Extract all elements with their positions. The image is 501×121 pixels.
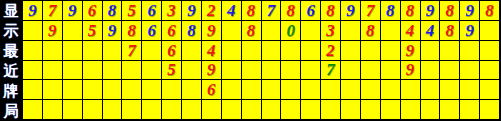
cell-r2c4: 5 <box>83 21 102 40</box>
cell-r3c11 <box>222 41 241 60</box>
cell-r1c9: 9 <box>182 1 201 20</box>
cell-r6c12 <box>242 100 261 119</box>
cell-r6c21 <box>421 100 440 119</box>
cell-r2c10: 9 <box>202 21 221 40</box>
cell-r3c24 <box>480 41 499 60</box>
cell-r4c17 <box>341 61 360 80</box>
label-column: 显 示 最 近 牌 局 <box>0 0 22 121</box>
cell-r1c1: 9 <box>23 1 42 20</box>
digit: 5 <box>167 61 176 78</box>
cell-r1c12: 8 <box>242 1 261 20</box>
cell-r4c13 <box>262 61 281 80</box>
digit: 9 <box>465 2 474 19</box>
label-char: 局 <box>0 101 22 121</box>
cell-r4c3 <box>63 61 82 80</box>
cell-r2c23: 9 <box>460 21 479 40</box>
cell-r1c3: 9 <box>63 1 82 20</box>
cell-r1c18: 7 <box>361 1 380 20</box>
cell-r5c7 <box>142 80 161 99</box>
cell-r4c24 <box>480 61 499 80</box>
cell-r3c2 <box>43 41 62 60</box>
cell-r5c5 <box>103 80 122 99</box>
cell-r6c4 <box>83 100 102 119</box>
cell-r5c11 <box>222 80 241 99</box>
cell-r2c9: 8 <box>182 21 201 40</box>
digit: 4 <box>207 42 216 59</box>
cell-r5c3 <box>63 80 82 99</box>
cell-r2c18: 8 <box>361 21 380 40</box>
cell-r5c14 <box>281 80 300 99</box>
cell-r4c16: 7 <box>321 61 340 80</box>
cell-r1c14: 8 <box>281 1 300 20</box>
digit: 4 <box>227 2 236 19</box>
cell-r3c21 <box>421 41 440 60</box>
label-char: 近 <box>0 61 22 81</box>
digit: 8 <box>326 2 335 19</box>
cell-r5c23 <box>460 80 479 99</box>
cell-r2c6: 8 <box>122 21 141 40</box>
cell-r4c9 <box>182 61 201 80</box>
cell-r4c19 <box>381 61 400 80</box>
cell-r1c4: 6 <box>83 1 102 20</box>
digit: 9 <box>108 22 117 39</box>
cell-r2c13 <box>262 21 281 40</box>
cell-r1c8: 3 <box>162 1 181 20</box>
cell-r4c14 <box>281 61 300 80</box>
digit: 7 <box>48 2 57 19</box>
board-grid: 9796856392487868978898989598668980384489… <box>22 0 501 121</box>
digit: 8 <box>446 22 455 39</box>
cell-r6c2 <box>43 100 62 119</box>
cell-r1c17: 9 <box>341 1 360 20</box>
cell-r1c19: 8 <box>381 1 400 20</box>
cell-r6c13 <box>262 100 281 119</box>
digit: 6 <box>88 2 97 19</box>
cell-r2c2: 9 <box>43 21 62 40</box>
cell-r1c15: 6 <box>301 1 320 20</box>
label-char: 牌 <box>0 81 22 101</box>
cell-r2c24 <box>480 21 499 40</box>
cell-r6c5 <box>103 100 122 119</box>
cell-r4c5 <box>103 61 122 80</box>
cell-r5c22 <box>440 80 459 99</box>
cell-r2c17 <box>341 21 360 40</box>
cell-r4c4 <box>83 61 102 80</box>
digit: 8 <box>108 2 117 19</box>
cell-r6c11 <box>222 100 241 119</box>
cell-r4c22 <box>440 61 459 80</box>
digit: 8 <box>287 2 296 19</box>
cell-r3c4 <box>83 41 102 60</box>
digit: 5 <box>128 2 137 19</box>
cell-r6c22 <box>440 100 459 119</box>
digit: 6 <box>147 22 156 39</box>
cell-r3c5 <box>103 41 122 60</box>
cell-r5c20 <box>401 80 420 99</box>
cell-r3c8: 6 <box>162 41 181 60</box>
digit: 7 <box>326 61 335 78</box>
cell-r3c16: 2 <box>321 41 340 60</box>
cell-r2c22: 8 <box>440 21 459 40</box>
cell-r6c3 <box>63 100 82 119</box>
digit: 4 <box>426 22 435 39</box>
cell-r3c17 <box>341 41 360 60</box>
cell-r3c9 <box>182 41 201 60</box>
digit: 9 <box>465 22 474 39</box>
cell-r3c12 <box>242 41 261 60</box>
cell-r6c9 <box>182 100 201 119</box>
digit: 9 <box>48 22 57 39</box>
label-char: 最 <box>0 40 22 60</box>
cell-r2c20: 4 <box>401 21 420 40</box>
cell-r2c12: 8 <box>242 21 261 40</box>
cell-r3c19 <box>381 41 400 60</box>
cell-r4c1 <box>23 61 42 80</box>
cell-r5c18 <box>361 80 380 99</box>
digit: 3 <box>326 22 335 39</box>
cell-r4c15 <box>301 61 320 80</box>
cell-r1c24: 8 <box>480 1 499 20</box>
digit: 9 <box>207 61 216 78</box>
trend-board-window: 显 示 最 近 牌 局 9796856392487868978898989598… <box>0 0 501 121</box>
cell-r3c22 <box>440 41 459 60</box>
cell-r2c14: 0 <box>281 21 300 40</box>
digit: 8 <box>187 22 196 39</box>
cell-r1c23: 9 <box>460 1 479 20</box>
cell-r6c1 <box>23 100 42 119</box>
cell-r5c2 <box>43 80 62 99</box>
cell-r6c19 <box>381 100 400 119</box>
cell-r4c18 <box>361 61 380 80</box>
digit: 7 <box>267 2 276 19</box>
cell-r1c11: 4 <box>222 1 241 20</box>
digit: 6 <box>167 42 176 59</box>
cell-r4c2 <box>43 61 62 80</box>
cell-r4c23 <box>460 61 479 80</box>
cell-r1c2: 7 <box>43 1 62 20</box>
cell-r5c4 <box>83 80 102 99</box>
cell-r3c1 <box>23 41 42 60</box>
cell-r6c20 <box>401 100 420 119</box>
cell-r6c7 <box>142 100 161 119</box>
cell-r2c21: 4 <box>421 21 440 40</box>
cell-r5c13 <box>262 80 281 99</box>
digit: 8 <box>247 2 256 19</box>
cell-r5c17 <box>341 80 360 99</box>
cell-r6c23 <box>460 100 479 119</box>
cell-r2c19 <box>381 21 400 40</box>
digit: 8 <box>386 2 395 19</box>
cell-r5c10: 6 <box>202 80 221 99</box>
digit: 8 <box>366 22 375 39</box>
digit: 6 <box>207 81 216 98</box>
cell-r4c20: 9 <box>401 61 420 80</box>
digit: 2 <box>207 2 216 19</box>
cell-r3c15 <box>301 41 320 60</box>
digit: 8 <box>446 2 455 19</box>
cell-r4c10: 9 <box>202 61 221 80</box>
cell-r2c5: 9 <box>103 21 122 40</box>
cell-r3c20: 9 <box>401 41 420 60</box>
digit: 4 <box>406 22 415 39</box>
digit: 8 <box>406 2 415 19</box>
cell-r4c8: 5 <box>162 61 181 80</box>
cell-r2c15 <box>301 21 320 40</box>
digit: 9 <box>68 2 77 19</box>
cell-r2c8: 6 <box>162 21 181 40</box>
cell-r3c3 <box>63 41 82 60</box>
cell-r2c3 <box>63 21 82 40</box>
cell-r1c7: 6 <box>142 1 161 20</box>
cell-r4c21 <box>421 61 440 80</box>
cell-r5c19 <box>381 80 400 99</box>
digit: 7 <box>366 2 375 19</box>
digit: 8 <box>247 22 256 39</box>
cell-r5c21 <box>421 80 440 99</box>
label-char: 显 <box>0 0 22 20</box>
digit: 0 <box>287 22 296 39</box>
cell-r1c10: 2 <box>202 1 221 20</box>
cell-r6c17 <box>341 100 360 119</box>
digit: 8 <box>128 22 137 39</box>
cell-r4c7 <box>142 61 161 80</box>
cell-r1c20: 8 <box>401 1 420 20</box>
digit: 9 <box>346 2 355 19</box>
cell-r6c10 <box>202 100 221 119</box>
digit: 9 <box>406 42 415 59</box>
cell-r6c6 <box>122 100 141 119</box>
digit: 6 <box>147 2 156 19</box>
cell-r5c12 <box>242 80 261 99</box>
label-char: 示 <box>0 20 22 40</box>
cell-r1c22: 8 <box>440 1 459 20</box>
digit: 9 <box>406 61 415 78</box>
cell-r6c16 <box>321 100 340 119</box>
cell-r1c5: 8 <box>103 1 122 20</box>
digit: 9 <box>207 22 216 39</box>
cell-r5c8 <box>162 80 181 99</box>
cell-r3c13 <box>262 41 281 60</box>
cell-r3c10: 4 <box>202 41 221 60</box>
cell-r3c14 <box>281 41 300 60</box>
cell-r6c24 <box>480 100 499 119</box>
digit: 5 <box>88 22 97 39</box>
digit: 9 <box>426 2 435 19</box>
cell-r2c11 <box>222 21 241 40</box>
cell-r1c16: 8 <box>321 1 340 20</box>
cell-r3c23 <box>460 41 479 60</box>
cell-r5c1 <box>23 80 42 99</box>
cell-r3c7 <box>142 41 161 60</box>
cell-r1c13: 7 <box>262 1 281 20</box>
cell-r4c12 <box>242 61 261 80</box>
digit: 9 <box>187 2 196 19</box>
cell-r6c18 <box>361 100 380 119</box>
cell-r5c15 <box>301 80 320 99</box>
cell-r1c21: 9 <box>421 1 440 20</box>
cell-r5c24 <box>480 80 499 99</box>
cell-r3c18 <box>361 41 380 60</box>
cell-r5c16 <box>321 80 340 99</box>
cell-r6c8 <box>162 100 181 119</box>
digit: 6 <box>167 22 176 39</box>
cell-r4c11 <box>222 61 241 80</box>
cell-r6c14 <box>281 100 300 119</box>
cell-r1c6: 5 <box>122 1 141 20</box>
digit: 8 <box>485 2 494 19</box>
cell-r3c6: 7 <box>122 41 141 60</box>
cell-r6c15 <box>301 100 320 119</box>
digit: 3 <box>167 2 176 19</box>
cell-r5c6 <box>122 80 141 99</box>
cell-r2c16: 3 <box>321 21 340 40</box>
cell-r2c1 <box>23 21 42 40</box>
digit: 7 <box>128 42 137 59</box>
digit: 9 <box>28 2 37 19</box>
cell-r2c7: 6 <box>142 21 161 40</box>
digit: 2 <box>326 42 335 59</box>
digit: 6 <box>306 2 315 19</box>
cell-r5c9 <box>182 80 201 99</box>
cell-r4c6 <box>122 61 141 80</box>
